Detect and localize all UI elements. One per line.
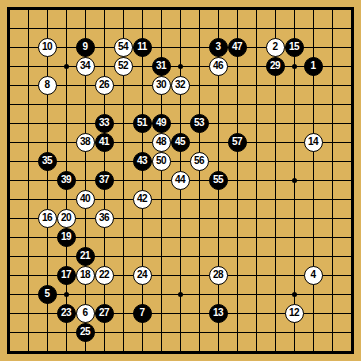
- stone-black-move-19: 19: [57, 228, 76, 247]
- stone-white-move-52: 52: [114, 57, 133, 76]
- stone-white-move-48: 48: [152, 133, 171, 152]
- stone-white-move-22: 22: [95, 266, 114, 285]
- star-point: [178, 64, 183, 69]
- stone-black-move-55: 55: [209, 171, 228, 190]
- stone-white-move-54: 54: [114, 38, 133, 57]
- stone-black-move-25: 25: [76, 323, 95, 342]
- star-point: [178, 292, 183, 297]
- stone-black-move-47: 47: [228, 38, 247, 57]
- stone-black-move-21: 21: [76, 247, 95, 266]
- stone-black-move-5: 5: [38, 285, 57, 304]
- stone-black-move-31: 31: [152, 57, 171, 76]
- stone-black-move-35: 35: [38, 152, 57, 171]
- star-point: [64, 292, 69, 297]
- stone-black-move-7: 7: [133, 304, 152, 323]
- stone-white-move-30: 30: [152, 76, 171, 95]
- stone-white-move-26: 26: [95, 76, 114, 95]
- stone-black-move-57: 57: [228, 133, 247, 152]
- stone-black-move-29: 29: [266, 57, 285, 76]
- stone-black-move-15: 15: [285, 38, 304, 57]
- stone-white-move-16: 16: [38, 209, 57, 228]
- stone-white-move-38: 38: [76, 133, 95, 152]
- stone-white-move-36: 36: [95, 209, 114, 228]
- stone-black-move-45: 45: [171, 133, 190, 152]
- stone-white-move-8: 8: [38, 76, 57, 95]
- stone-white-move-32: 32: [171, 76, 190, 95]
- stone-white-move-20: 20: [57, 209, 76, 228]
- stone-black-move-33: 33: [95, 114, 114, 133]
- stone-white-move-34: 34: [76, 57, 95, 76]
- stone-white-move-28: 28: [209, 266, 228, 285]
- stone-black-move-9: 9: [76, 38, 95, 57]
- stone-black-move-51: 51: [133, 114, 152, 133]
- stone-white-move-40: 40: [76, 190, 95, 209]
- stone-white-move-4: 4: [304, 266, 323, 285]
- stone-black-move-11: 11: [133, 38, 152, 57]
- stone-black-move-13: 13: [209, 304, 228, 323]
- stone-white-move-18: 18: [76, 266, 95, 285]
- go-board: 1234567891011121314151617181920212223242…: [0, 0, 361, 361]
- stone-black-move-3: 3: [209, 38, 228, 57]
- star-point: [64, 64, 69, 69]
- stone-white-move-2: 2: [266, 38, 285, 57]
- stone-white-move-56: 56: [190, 152, 209, 171]
- stone-black-move-23: 23: [57, 304, 76, 323]
- stone-white-move-12: 12: [285, 304, 304, 323]
- stone-white-move-50: 50: [152, 152, 171, 171]
- stone-white-move-42: 42: [133, 190, 152, 209]
- stone-black-move-49: 49: [152, 114, 171, 133]
- star-point: [292, 292, 297, 297]
- stone-white-move-14: 14: [304, 133, 323, 152]
- star-point: [292, 64, 297, 69]
- stone-black-move-27: 27: [95, 304, 114, 323]
- stone-black-move-1: 1: [304, 57, 323, 76]
- stone-white-move-10: 10: [38, 38, 57, 57]
- stone-white-move-46: 46: [209, 57, 228, 76]
- stone-white-move-44: 44: [171, 171, 190, 190]
- stone-black-move-39: 39: [57, 171, 76, 190]
- stone-black-move-37: 37: [95, 171, 114, 190]
- stone-black-move-53: 53: [190, 114, 209, 133]
- stone-black-move-17: 17: [57, 266, 76, 285]
- go-board-grid: 1234567891011121314151617181920212223242…: [0, 0, 361, 361]
- stone-white-move-24: 24: [133, 266, 152, 285]
- star-point: [292, 178, 297, 183]
- stone-black-move-43: 43: [133, 152, 152, 171]
- stone-black-move-41: 41: [95, 133, 114, 152]
- stone-white-move-6: 6: [76, 304, 95, 323]
